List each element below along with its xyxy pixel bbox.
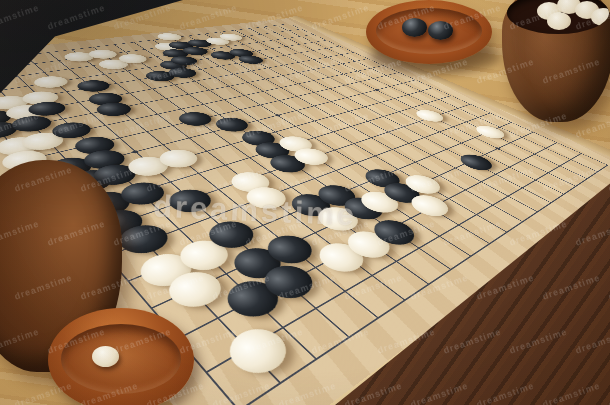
hoshi-point <box>374 89 380 91</box>
hoshi-point <box>131 150 139 154</box>
go-scene-photo: dreamstimedreamstimedreamstimedreamstime… <box>0 0 610 405</box>
hoshi-point <box>274 114 281 117</box>
hoshi-point <box>495 147 502 150</box>
hoshi-point <box>284 46 289 48</box>
